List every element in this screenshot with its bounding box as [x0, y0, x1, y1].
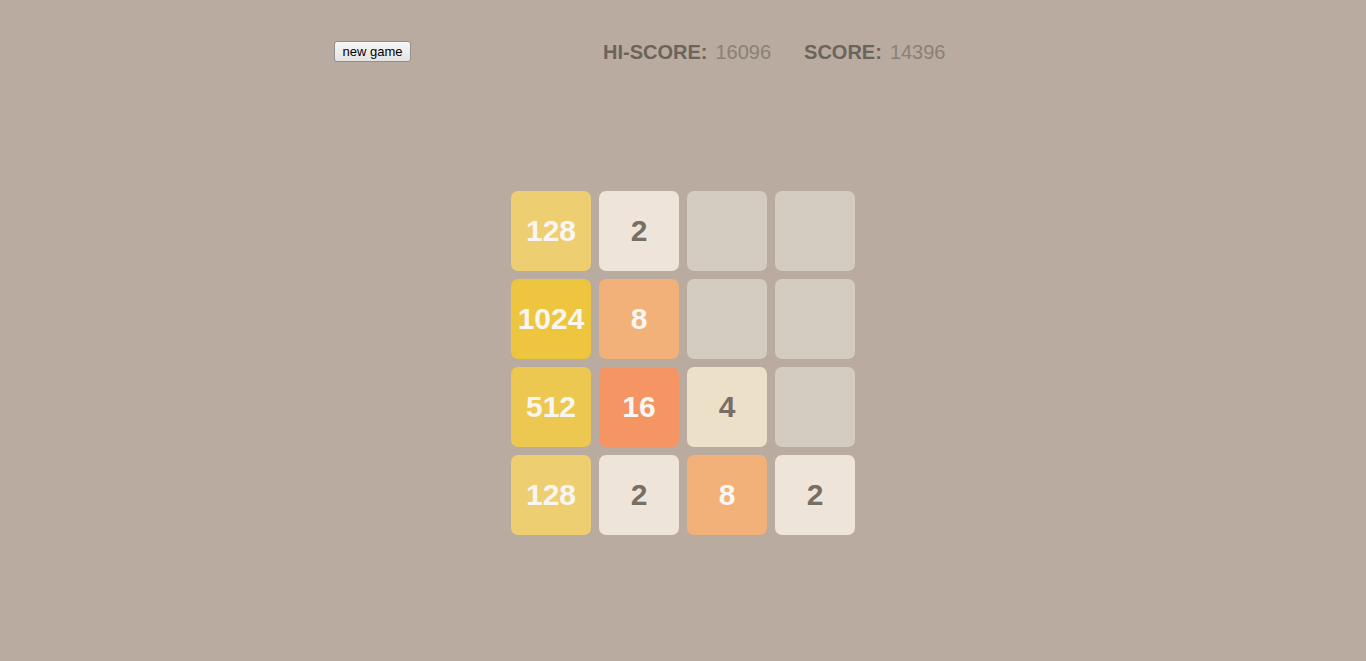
empty-cell-r1c4	[775, 191, 855, 271]
tile-128-r4c1: 128	[511, 455, 591, 535]
tile-2-r1c2: 2	[599, 191, 679, 271]
empty-cell-r1c3	[687, 191, 767, 271]
empty-cell-r3c4	[775, 367, 855, 447]
tile-2-r4c4: 2	[775, 455, 855, 535]
hi-score-value: 16096	[715, 41, 771, 63]
tile-2-r4c2: 2	[599, 455, 679, 535]
score-bar: HI-SCORE:16096SCORE:14396	[603, 41, 946, 63]
tile-1024-r2c1: 1024	[511, 279, 591, 359]
hi-score-label: HI-SCORE:	[603, 41, 707, 63]
tile-8-r4c3: 8	[687, 455, 767, 535]
tile-128-r1c1: 128	[511, 191, 591, 271]
score-value: 14396	[890, 41, 946, 63]
tile-4-r3c3: 4	[687, 367, 767, 447]
empty-cell-r2c3	[687, 279, 767, 359]
board-grid: 128210248512164128282	[511, 191, 855, 535]
tile-512-r3c1: 512	[511, 367, 591, 447]
empty-cell-r2c4	[775, 279, 855, 359]
score-label: SCORE:	[804, 41, 882, 63]
new-game-button[interactable]: new game	[334, 41, 411, 62]
tile-8-r2c2: 8	[599, 279, 679, 359]
tile-16-r3c2: 16	[599, 367, 679, 447]
